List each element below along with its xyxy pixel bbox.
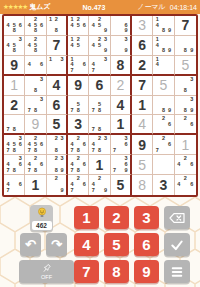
cell-candidates: 2467 bbox=[68, 175, 88, 195]
cell-value: 2 bbox=[132, 56, 152, 74]
cell-r5c2[interactable]: 378 bbox=[25, 96, 46, 116]
cell-r2c9[interactable]: 89 bbox=[175, 36, 196, 56]
numpad-button-2[interactable]: 2 bbox=[104, 206, 129, 229]
cell-r1c4[interactable]: 12456 bbox=[68, 16, 89, 36]
backspace-icon bbox=[169, 212, 185, 224]
cell-candidates: 39 bbox=[111, 36, 130, 55]
cell-r2c8[interactable]: 1489 bbox=[153, 36, 174, 56]
cell-r7c2[interactable]: 245678 bbox=[25, 135, 46, 155]
cell-r3c9[interactable]: 5 bbox=[175, 56, 196, 76]
cell-value: 5 bbox=[47, 115, 66, 133]
cell-value: 3 bbox=[153, 175, 173, 195]
cell-r7c4[interactable]: 24678 bbox=[68, 135, 89, 155]
cell-r2c7[interactable]: 6 bbox=[132, 36, 153, 56]
cell-candidates: 24678 bbox=[25, 155, 45, 174]
numpad-button-8[interactable]: 8 bbox=[104, 260, 129, 283]
cell-r7c1[interactable]: 345678 bbox=[4, 135, 25, 155]
cell-candidates: 3679 bbox=[111, 155, 130, 174]
cell-value: 3 bbox=[132, 16, 152, 35]
cell-r2c2[interactable]: 2458 bbox=[25, 36, 46, 56]
cell-candidates: 2389 bbox=[47, 155, 66, 174]
cell-r4c1[interactable]: 1 bbox=[4, 76, 25, 96]
cell-candidates: 78 bbox=[4, 115, 24, 133]
cell-r9c5[interactable]: 2479 bbox=[89, 175, 110, 195]
cell-candidates: 1489 bbox=[153, 36, 173, 55]
cell-value: 5 bbox=[111, 175, 130, 195]
cell-r8c5[interactable]: 1 bbox=[89, 155, 110, 175]
cell-candidates: 4568 bbox=[4, 16, 24, 35]
cell-value: 6 bbox=[132, 36, 152, 55]
cell-candidates: 2458 bbox=[25, 36, 45, 55]
cell-r9c7[interactable]: 8 bbox=[132, 175, 153, 195]
cell-r6c7[interactable]: 4 bbox=[132, 115, 153, 135]
sudoku-board: 4568245681281245624596931489734582458712… bbox=[2, 14, 198, 197]
cell-r1c3[interactable]: 128 bbox=[47, 16, 68, 36]
cell-r5c3[interactable]: 6 bbox=[47, 96, 68, 116]
cell-r5c9[interactable]: 389 bbox=[175, 96, 196, 116]
cell-r4c8[interactable]: 5 bbox=[153, 76, 174, 96]
cell-r9c3[interactable]: 29 bbox=[47, 175, 68, 195]
pin-toggle-label: OFF bbox=[41, 275, 52, 281]
cell-r2c1[interactable]: 3458 bbox=[4, 36, 25, 56]
cell-r5c7[interactable]: 1 bbox=[132, 96, 153, 116]
cell-r7c5[interactable]: 23478 bbox=[89, 135, 110, 155]
cell-r8c6[interactable]: 3679 bbox=[111, 155, 132, 175]
cell-r8c4[interactable]: 24678 bbox=[68, 155, 89, 175]
cell-value: 2 bbox=[4, 96, 24, 115]
hint-button[interactable]: 462 bbox=[30, 205, 53, 231]
cell-candidates: 24678 bbox=[68, 135, 88, 154]
cell-candidates: 238 bbox=[47, 135, 66, 154]
cell-r4c7[interactable]: 7 bbox=[132, 76, 153, 96]
cell-value: 1 bbox=[89, 155, 109, 174]
cell-value: 5 bbox=[175, 56, 196, 74]
cell-value: 1 bbox=[25, 175, 45, 195]
difficulty-group: ★★★★★ 鬼ムズ bbox=[3, 2, 50, 12]
cell-r3c4[interactable]: 1467 bbox=[68, 56, 89, 76]
cell-candidates: 14 bbox=[153, 56, 173, 74]
cell-candidates: 3458 bbox=[4, 36, 24, 55]
cell-candidates: 245678 bbox=[25, 135, 45, 154]
cell-r3c6[interactable]: 8 bbox=[111, 56, 132, 76]
cell-value: 9 bbox=[132, 135, 152, 154]
cell-r2c5[interactable]: 23459 bbox=[89, 36, 110, 56]
cell-r5c6[interactable]: 4 bbox=[111, 96, 132, 116]
cell-candidates: 347 bbox=[89, 56, 109, 74]
cell-r3c7[interactable]: 2 bbox=[132, 56, 153, 76]
cell-value: 9 bbox=[68, 76, 88, 95]
cell-r6c1[interactable]: 78 bbox=[4, 115, 25, 135]
cell-candidates: 24678 bbox=[68, 155, 88, 174]
cell-r9c4[interactable]: 2467 bbox=[68, 175, 89, 195]
cell-value: 1 bbox=[175, 135, 196, 154]
cell-value: 9 bbox=[4, 56, 24, 74]
cell-candidates: 578 bbox=[89, 96, 109, 115]
pin-toggle-button[interactable]: OFF bbox=[19, 260, 74, 283]
cell-r4c3[interactable]: 4 bbox=[47, 76, 68, 96]
cell-r3c5[interactable]: 347 bbox=[89, 56, 110, 76]
cell-value: 5 bbox=[132, 155, 152, 174]
cell-candidates: 1467 bbox=[68, 56, 88, 74]
cell-value: 3 bbox=[68, 115, 88, 133]
cell-r9c1[interactable]: 467 bbox=[4, 175, 25, 195]
numpad-button-1[interactable]: 1 bbox=[74, 206, 99, 229]
cell-r4c5[interactable]: 6 bbox=[89, 76, 110, 96]
cell-r2c4[interactable]: 1245 bbox=[68, 36, 89, 56]
cell-r7c7[interactable]: 9 bbox=[132, 135, 153, 155]
cell-candidates: 345678 bbox=[4, 135, 24, 154]
cell-candidates bbox=[153, 155, 173, 174]
cell-r3c2[interactable]: 46 bbox=[25, 56, 46, 76]
undo-button[interactable]: ↶ bbox=[20, 233, 41, 256]
cell-r5c5[interactable]: 578 bbox=[89, 96, 110, 116]
cell-r7c3[interactable]: 238 bbox=[47, 135, 68, 155]
cell-value: 2 bbox=[111, 76, 130, 95]
cell-value: 9 bbox=[25, 115, 45, 133]
cell-candidates: 389 bbox=[175, 96, 196, 115]
cell-candidates: 246 bbox=[175, 155, 196, 174]
cell-candidates: 23478 bbox=[89, 135, 109, 154]
cell-value: 4 bbox=[111, 96, 130, 115]
cell-candidates: 367 bbox=[111, 135, 130, 154]
numpad-button-6[interactable]: 6 bbox=[134, 233, 159, 256]
check-button[interactable] bbox=[164, 233, 190, 256]
cell-r6c5[interactable]: 78 bbox=[89, 115, 110, 135]
control-panel: 462 ↶ ↷ OFF 1 2 3 4 5 6 7 8 9 bbox=[0, 197, 200, 287]
cell-candidates: 69 bbox=[111, 16, 130, 35]
numpad-button-4[interactable]: 4 bbox=[74, 233, 99, 256]
difficulty-label: 鬼ムズ bbox=[29, 2, 50, 12]
cell-value: 8 bbox=[111, 56, 130, 74]
mode-label: ノーマル bbox=[137, 2, 166, 12]
cell-value: 1 bbox=[111, 115, 130, 133]
cell-r1c9[interactable]: 7 bbox=[175, 16, 196, 36]
cell-r1c7[interactable]: 3 bbox=[132, 16, 153, 36]
lightbulb-icon bbox=[36, 207, 48, 219]
cell-candidates: 2459 bbox=[89, 16, 109, 35]
cell-candidates: 12456 bbox=[68, 16, 88, 35]
cell-candidates: 34678 bbox=[4, 155, 24, 174]
numpad-button-3[interactable]: 3 bbox=[134, 206, 159, 229]
cell-r4c2[interactable]: 38 bbox=[25, 76, 46, 96]
cell-r3c3[interactable]: 13 bbox=[47, 56, 68, 76]
pushpin-icon bbox=[41, 263, 52, 274]
cell-r4c4[interactable]: 9 bbox=[68, 76, 89, 96]
numpad-button-7[interactable]: 7 bbox=[74, 260, 99, 283]
difficulty-stars: ★★★★★ bbox=[3, 3, 27, 11]
cell-r4c6[interactable]: 2 bbox=[111, 76, 132, 96]
cell-r3c1[interactable]: 9 bbox=[4, 56, 25, 76]
cell-r6c3[interactable]: 5 bbox=[47, 115, 68, 135]
hamburger-menu-icon bbox=[170, 266, 184, 278]
hint-count: 462 bbox=[32, 221, 52, 230]
cell-candidates: 13 bbox=[47, 56, 66, 74]
cell-candidates: 78 bbox=[89, 115, 109, 133]
cell-r8c9[interactable]: 246 bbox=[175, 155, 196, 175]
backspace-button[interactable] bbox=[164, 206, 190, 229]
cell-value: 1 bbox=[4, 76, 24, 95]
cell-value: 4 bbox=[47, 76, 66, 95]
cell-candidates: 46 bbox=[25, 56, 45, 74]
cell-r7c9[interactable]: 1 bbox=[175, 135, 196, 155]
cell-r6c9[interactable]: 26 bbox=[175, 115, 196, 135]
cell-candidates: 24568 bbox=[25, 16, 45, 35]
cell-candidates: 38 bbox=[25, 76, 45, 95]
numpad-button-5[interactable]: 5 bbox=[104, 233, 129, 256]
menu-button[interactable] bbox=[164, 260, 190, 283]
cell-r9c6[interactable]: 5 bbox=[111, 175, 132, 195]
cell-value: 7 bbox=[175, 16, 196, 35]
cell-r5c1[interactable]: 2 bbox=[4, 96, 25, 116]
cell-candidates: 26 bbox=[175, 115, 196, 133]
cell-value: 4 bbox=[132, 115, 152, 133]
cell-candidates: 1245 bbox=[68, 36, 88, 55]
cell-r8c8[interactable] bbox=[153, 155, 174, 175]
cell-candidates: 2479 bbox=[89, 175, 109, 195]
cell-candidates: 467 bbox=[4, 175, 24, 195]
cell-r8c3[interactable]: 2389 bbox=[47, 155, 68, 175]
cell-r9c9[interactable]: 246 bbox=[175, 175, 196, 195]
cell-r1c5[interactable]: 2459 bbox=[89, 16, 110, 36]
cell-candidates: 246 bbox=[175, 175, 196, 195]
timer-label: 04:18:14 bbox=[170, 4, 197, 11]
cell-r6c4[interactable]: 3 bbox=[68, 115, 89, 135]
cell-candidates: 26 bbox=[153, 115, 173, 133]
cell-candidates: 578 bbox=[68, 96, 88, 115]
cell-value: 5 bbox=[153, 76, 173, 95]
cell-value: 1 bbox=[132, 96, 152, 115]
cell-value: 7 bbox=[132, 76, 152, 95]
cell-r5c4[interactable]: 578 bbox=[68, 96, 89, 116]
cell-r1c1[interactable]: 4568 bbox=[4, 16, 25, 36]
cell-candidates: 38 bbox=[175, 76, 196, 95]
cell-r9c2[interactable]: 1 bbox=[25, 175, 46, 195]
cell-r1c2[interactable]: 24568 bbox=[25, 16, 46, 36]
cell-value: 6 bbox=[47, 96, 66, 115]
cell-r8c1[interactable]: 34678 bbox=[4, 155, 25, 175]
sudoku-app: ★★★★★ 鬼ムズ No.473 ノーマル 04:18:14 456824568… bbox=[0, 0, 200, 287]
cell-candidates: 89 bbox=[175, 36, 196, 55]
cell-r7c6[interactable]: 367 bbox=[111, 135, 132, 155]
cell-r2c6[interactable]: 39 bbox=[111, 36, 132, 56]
checkmark-icon bbox=[170, 238, 184, 252]
cell-r6c8[interactable]: 26 bbox=[153, 115, 174, 135]
cell-r9c8[interactable]: 3 bbox=[153, 175, 174, 195]
redo-arrow-icon: ↷ bbox=[51, 237, 62, 252]
cell-r4c9[interactable]: 38 bbox=[175, 76, 196, 96]
cell-candidates: 267 bbox=[153, 135, 173, 154]
cell-r2c3[interactable]: 7 bbox=[47, 36, 68, 56]
status-group: ノーマル 04:18:14 bbox=[137, 2, 197, 12]
cell-candidates: 128 bbox=[47, 16, 66, 35]
cell-candidates: 23459 bbox=[89, 36, 109, 55]
numpad-button-9[interactable]: 9 bbox=[134, 260, 159, 283]
cell-r5c8[interactable]: 89 bbox=[153, 96, 174, 116]
cell-r1c8[interactable]: 1489 bbox=[153, 16, 174, 36]
cell-r8c2[interactable]: 24678 bbox=[25, 155, 46, 175]
cell-r6c6[interactable]: 1 bbox=[111, 115, 132, 135]
puzzle-number-label: No.473 bbox=[82, 4, 105, 11]
cell-r7c8[interactable]: 267 bbox=[153, 135, 174, 155]
cell-r1c6[interactable]: 69 bbox=[111, 16, 132, 36]
cell-candidates: 29 bbox=[47, 175, 66, 195]
redo-button[interactable]: ↷ bbox=[46, 233, 67, 256]
cell-value: 8 bbox=[132, 175, 152, 195]
cell-value: 7 bbox=[47, 36, 66, 55]
cell-candidates: 378 bbox=[25, 96, 45, 115]
cell-r6c2[interactable]: 9 bbox=[25, 115, 46, 135]
cell-candidates: 1489 bbox=[153, 16, 173, 35]
cell-r8c7[interactable]: 5 bbox=[132, 155, 153, 175]
cell-value: 6 bbox=[89, 76, 109, 95]
cell-candidates: 89 bbox=[153, 96, 173, 115]
top-bar: ★★★★★ 鬼ムズ No.473 ノーマル 04:18:14 bbox=[0, 0, 200, 14]
cell-r3c8[interactable]: 14 bbox=[153, 56, 174, 76]
undo-arrow-icon: ↶ bbox=[25, 237, 36, 252]
